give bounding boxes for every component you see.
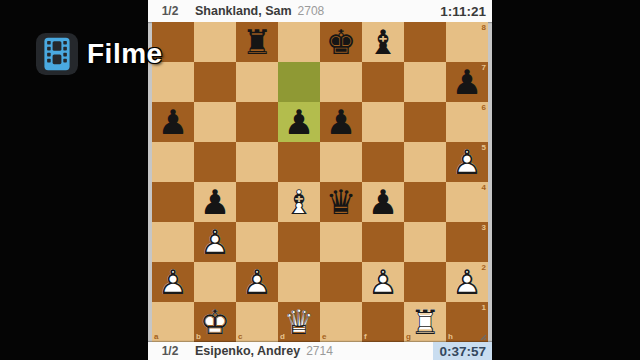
square-g7[interactable]: [404, 62, 446, 102]
piece-white-queen-fill: ♛: [278, 302, 320, 342]
rank-label-2: 2: [482, 264, 486, 272]
square-h2[interactable]: ♟♙2: [446, 262, 488, 302]
rank-label-6: 6: [482, 104, 486, 112]
piece-white-pawn: ♙: [194, 222, 236, 262]
square-c6[interactable]: [236, 102, 278, 142]
piece-white-queen: ♕: [278, 302, 320, 342]
watermark-label: Filme: [87, 38, 163, 70]
square-a3[interactable]: [152, 222, 194, 262]
square-a6[interactable]: ♟: [152, 102, 194, 142]
piece-white-king-fill: ♚: [194, 302, 236, 342]
square-c4[interactable]: [236, 182, 278, 222]
piece-black-pawn: ♟: [194, 182, 236, 222]
square-g5[interactable]: [404, 142, 446, 182]
piece-white-pawn-fill: ♟: [194, 222, 236, 262]
file-label-g: g: [406, 333, 411, 341]
square-g8[interactable]: [404, 22, 446, 62]
filme-watermark: Filme: [36, 33, 163, 75]
piece-black-pawn: ♟: [446, 62, 488, 102]
square-b2[interactable]: [194, 262, 236, 302]
square-c2[interactable]: ♟♙: [236, 262, 278, 302]
file-label-d: d: [280, 333, 285, 341]
square-f8[interactable]: ♝: [362, 22, 404, 62]
file-label-e: e: [322, 333, 326, 341]
piece-white-pawn-fill: ♟: [446, 262, 488, 302]
rank-label-5: 5: [482, 144, 486, 152]
top-player-score: 1/2: [157, 4, 183, 18]
piece-white-rook: ♖: [404, 302, 446, 342]
piece-white-pawn-fill: ♟: [362, 262, 404, 302]
square-h4[interactable]: 4: [446, 182, 488, 222]
square-b4[interactable]: ♟: [194, 182, 236, 222]
top-player-rating: 2708: [298, 4, 325, 18]
top-player-name: Shankland, Sam: [195, 4, 292, 18]
square-b3[interactable]: ♟♙: [194, 222, 236, 262]
top-player-bar: 1/2 Shankland, Sam 2708 1:11:21: [148, 0, 492, 22]
square-f6[interactable]: [362, 102, 404, 142]
square-e8[interactable]: ♚: [320, 22, 362, 62]
file-label-a: a: [154, 333, 158, 341]
piece-black-bishop: ♝: [362, 22, 404, 62]
square-d6[interactable]: ♟: [278, 102, 320, 142]
piece-white-rook-fill: ♜: [404, 302, 446, 342]
square-c1[interactable]: c: [236, 302, 278, 342]
piece-white-bishop-fill: ♝: [278, 182, 320, 222]
square-e3[interactable]: [320, 222, 362, 262]
piece-white-pawn: ♙: [446, 262, 488, 302]
square-e4[interactable]: ♛: [320, 182, 362, 222]
square-a1[interactable]: a: [152, 302, 194, 342]
bottom-player-rating: 2714: [306, 344, 333, 358]
piece-black-pawn: ♟: [320, 102, 362, 142]
square-e7[interactable]: [320, 62, 362, 102]
piece-black-rook: ♜: [236, 22, 278, 62]
square-g6[interactable]: [404, 102, 446, 142]
board-resize-handle[interactable]: [477, 331, 487, 341]
square-e1[interactable]: e: [320, 302, 362, 342]
piece-white-bishop: ♗: [278, 182, 320, 222]
square-b5[interactable]: [194, 142, 236, 182]
square-g2[interactable]: [404, 262, 446, 302]
piece-black-pawn: ♟: [278, 102, 320, 142]
square-h3[interactable]: 3: [446, 222, 488, 262]
file-label-b: b: [196, 333, 201, 341]
square-a4[interactable]: [152, 182, 194, 222]
rank-label-8: 8: [482, 24, 486, 32]
square-d5[interactable]: [278, 142, 320, 182]
rank-label-3: 3: [482, 224, 486, 232]
square-h6[interactable]: 6: [446, 102, 488, 142]
square-c3[interactable]: [236, 222, 278, 262]
square-d8[interactable]: [278, 22, 320, 62]
video-frame: Filme 1/2 Shankland, Sam 2708 1:11:21 ♜♚…: [0, 0, 640, 360]
square-c7[interactable]: [236, 62, 278, 102]
square-c5[interactable]: [236, 142, 278, 182]
square-e6[interactable]: ♟: [320, 102, 362, 142]
chess-board: ♜♚♝8♟7♟♟♟6♟♙5♟♝♗♛♟4♟♙3♟♙♟♙♟♙♟♙2a♚♔bc♛♕de…: [152, 22, 488, 342]
file-label-c: c: [238, 333, 242, 341]
piece-black-pawn: ♟: [152, 102, 194, 142]
square-f7[interactable]: [362, 62, 404, 102]
piece-black-king: ♚: [320, 22, 362, 62]
square-f2[interactable]: ♟♙: [362, 262, 404, 302]
file-label-f: f: [364, 333, 367, 341]
square-f5[interactable]: [362, 142, 404, 182]
film-strip-icon: [36, 33, 78, 75]
file-label-h: h: [448, 333, 453, 341]
square-d4[interactable]: ♝♗: [278, 182, 320, 222]
chess-widget: 1/2 Shankland, Sam 2708 1:11:21 ♜♚♝8♟7♟♟…: [148, 0, 492, 360]
piece-white-pawn-fill: ♟: [152, 262, 194, 302]
square-h1[interactable]: 1h: [446, 302, 488, 342]
square-d2[interactable]: [278, 262, 320, 302]
square-d7[interactable]: [278, 62, 320, 102]
square-b7[interactable]: [194, 62, 236, 102]
square-e5[interactable]: [320, 142, 362, 182]
piece-white-king: ♔: [194, 302, 236, 342]
square-d3[interactable]: [278, 222, 320, 262]
square-h7[interactable]: ♟7: [446, 62, 488, 102]
square-b1[interactable]: ♚♔b: [194, 302, 236, 342]
piece-white-pawn: ♙: [362, 262, 404, 302]
square-g1[interactable]: ♜♖g: [404, 302, 446, 342]
piece-white-pawn: ♙: [236, 262, 278, 302]
piece-black-queen: ♛: [320, 182, 362, 222]
square-c8[interactable]: ♜: [236, 22, 278, 62]
square-f1[interactable]: f: [362, 302, 404, 342]
piece-white-pawn-fill: ♟: [236, 262, 278, 302]
square-f3[interactable]: [362, 222, 404, 262]
square-e2[interactable]: [320, 262, 362, 302]
square-g4[interactable]: [404, 182, 446, 222]
piece-white-pawn-fill: ♟: [446, 142, 488, 182]
rank-label-4: 4: [482, 184, 486, 192]
square-h8[interactable]: 8: [446, 22, 488, 62]
rank-label-1: 1: [482, 304, 486, 312]
square-b8[interactable]: [194, 22, 236, 62]
square-h5[interactable]: ♟♙5: [446, 142, 488, 182]
square-d1[interactable]: ♛♕d: [278, 302, 320, 342]
square-a5[interactable]: [152, 142, 194, 182]
rank-label-7: 7: [482, 64, 486, 72]
square-b6[interactable]: [194, 102, 236, 142]
square-f4[interactable]: ♟: [362, 182, 404, 222]
bottom-player-name: Esipenko, Andrey: [195, 344, 300, 358]
bottom-player-bar: 1/2 Esipenko, Andrey 2714 0:37:57: [148, 342, 492, 360]
piece-white-pawn: ♙: [446, 142, 488, 182]
square-a2[interactable]: ♟♙: [152, 262, 194, 302]
piece-black-pawn: ♟: [362, 182, 404, 222]
piece-white-pawn: ♙: [152, 262, 194, 302]
top-player-clock: 1:11:21: [434, 0, 492, 22]
bottom-player-score: 1/2: [157, 344, 183, 358]
bottom-player-clock: 0:37:57: [433, 342, 492, 360]
square-g3[interactable]: [404, 222, 446, 262]
